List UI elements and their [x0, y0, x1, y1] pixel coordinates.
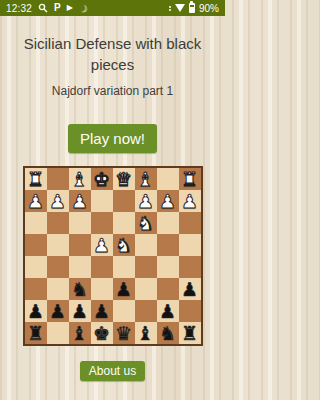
square-b4[interactable] [157, 234, 179, 256]
square-f4[interactable] [69, 234, 91, 256]
moon-icon: ☾ [77, 2, 89, 14]
search-icon [38, 3, 48, 13]
square-f8[interactable]: ♝ [69, 322, 91, 344]
square-f6[interactable]: ♞ [69, 278, 91, 300]
square-e6[interactable] [91, 278, 113, 300]
square-c6[interactable] [135, 278, 157, 300]
square-d7[interactable] [113, 300, 135, 322]
white-knight-piece: ♞ [115, 236, 132, 255]
square-h8[interactable]: ♜ [25, 322, 47, 344]
square-d1[interactable]: ♛ [113, 168, 135, 190]
black-pawn-piece: ♟ [115, 280, 132, 299]
page-title-line1: Sicilian Defense with black [13, 33, 213, 54]
wifi-icon [175, 4, 185, 12]
square-h2[interactable]: ♟ [25, 190, 47, 212]
square-c1[interactable]: ♝ [135, 168, 157, 190]
white-pawn-piece: ♟ [71, 192, 88, 211]
about-us-button[interactable]: About us [80, 361, 145, 381]
square-g2[interactable]: ♟ [47, 190, 69, 212]
square-f3[interactable] [69, 212, 91, 234]
black-king-piece: ♚ [93, 324, 110, 343]
square-g5[interactable] [47, 256, 69, 278]
square-a4[interactable] [179, 234, 201, 256]
square-h5[interactable] [25, 256, 47, 278]
black-queen-piece: ♛ [115, 324, 132, 343]
square-a5[interactable] [179, 256, 201, 278]
black-pawn-piece: ♟ [49, 302, 66, 321]
white-king-piece: ♚ [93, 170, 110, 189]
white-pawn-piece: ♟ [137, 192, 154, 211]
white-pawn-piece: ♟ [159, 192, 176, 211]
square-d5[interactable] [113, 256, 135, 278]
square-e8[interactable]: ♚ [91, 322, 113, 344]
page-title-line2: pieces [13, 54, 213, 75]
square-d2[interactable] [113, 190, 135, 212]
black-knight-piece: ♞ [71, 280, 88, 299]
square-a7[interactable] [179, 300, 201, 322]
black-bishop-piece: ♝ [137, 324, 154, 343]
black-pawn-piece: ♟ [27, 302, 44, 321]
white-pawn-piece: ♟ [181, 192, 198, 211]
white-knight-piece: ♞ [137, 214, 154, 233]
clock: 12:32 [6, 3, 32, 14]
square-e3[interactable] [91, 212, 113, 234]
black-pawn-piece: ♟ [93, 302, 110, 321]
square-b3[interactable] [157, 212, 179, 234]
square-a1[interactable]: ♜ [179, 168, 201, 190]
square-a8[interactable]: ♜ [179, 322, 201, 344]
white-rook-piece: ♜ [181, 170, 198, 189]
square-d4[interactable]: ♞ [113, 234, 135, 256]
square-c2[interactable]: ♟ [135, 190, 157, 212]
play-now-button[interactable]: Play now! [68, 124, 157, 153]
square-g4[interactable] [47, 234, 69, 256]
square-e2[interactable] [91, 190, 113, 212]
page-title: Sicilian Defense with black pieces [13, 33, 213, 75]
square-b5[interactable] [157, 256, 179, 278]
black-bishop-piece: ♝ [71, 324, 88, 343]
black-knight-piece: ♞ [159, 324, 176, 343]
square-f7[interactable]: ♟ [69, 300, 91, 322]
white-pawn-piece: ♟ [27, 192, 44, 211]
white-queen-piece: ♛ [115, 170, 132, 189]
square-f5[interactable] [69, 256, 91, 278]
black-pawn-piece: ♟ [71, 302, 88, 321]
square-f2[interactable]: ♟ [69, 190, 91, 212]
square-e4[interactable]: ♟ [91, 234, 113, 256]
square-b1[interactable] [157, 168, 179, 190]
white-pawn-piece: ♟ [93, 236, 110, 255]
square-h3[interactable] [25, 212, 47, 234]
square-e5[interactable] [91, 256, 113, 278]
white-rook-piece: ♜ [27, 170, 44, 189]
square-c7[interactable] [135, 300, 157, 322]
p-app-icon: P [54, 3, 61, 13]
black-rook-piece: ♜ [181, 324, 198, 343]
square-c3[interactable]: ♞ [135, 212, 157, 234]
square-b2[interactable]: ♟ [157, 190, 179, 212]
square-g8[interactable] [47, 322, 69, 344]
square-d8[interactable]: ♛ [113, 322, 135, 344]
square-c4[interactable] [135, 234, 157, 256]
square-b7[interactable]: ♟ [157, 300, 179, 322]
white-bishop-piece: ♝ [137, 170, 154, 189]
signal-dots-icon [169, 6, 171, 11]
square-g3[interactable] [47, 212, 69, 234]
square-h4[interactable] [25, 234, 47, 256]
square-g1[interactable] [47, 168, 69, 190]
square-g6[interactable] [47, 278, 69, 300]
chess-board[interactable]: ♜♝♚♛♝♜♟♟♟♟♟♟♞♟♞♞♟♟♟♟♟♟♟♜♝♚♛♝♞♜ [23, 166, 203, 346]
black-rook-piece: ♜ [27, 324, 44, 343]
play-icon: ▶ [67, 4, 73, 12]
square-b6[interactable] [157, 278, 179, 300]
square-c5[interactable] [135, 256, 157, 278]
white-pawn-piece: ♟ [49, 192, 66, 211]
square-h1[interactable]: ♜ [25, 168, 47, 190]
square-e7[interactable]: ♟ [91, 300, 113, 322]
square-h6[interactable] [25, 278, 47, 300]
black-pawn-piece: ♟ [181, 280, 198, 299]
battery-icon [189, 3, 195, 13]
square-g7[interactable]: ♟ [47, 300, 69, 322]
square-a2[interactable]: ♟ [179, 190, 201, 212]
square-f1[interactable]: ♝ [69, 168, 91, 190]
square-c8[interactable]: ♝ [135, 322, 157, 344]
battery-percent: 90% [199, 3, 219, 14]
square-d6[interactable]: ♟ [113, 278, 135, 300]
square-b8[interactable]: ♞ [157, 322, 179, 344]
white-bishop-piece: ♝ [71, 170, 88, 189]
square-a3[interactable] [179, 212, 201, 234]
status-bar: 12:32 P ▶ ☾ 90% [0, 0, 225, 16]
page-subtitle: Najdorf variation part 1 [0, 84, 225, 98]
square-h7[interactable]: ♟ [25, 300, 47, 322]
square-a6[interactable]: ♟ [179, 278, 201, 300]
square-d3[interactable] [113, 212, 135, 234]
black-pawn-piece: ♟ [159, 302, 176, 321]
square-e1[interactable]: ♚ [91, 168, 113, 190]
